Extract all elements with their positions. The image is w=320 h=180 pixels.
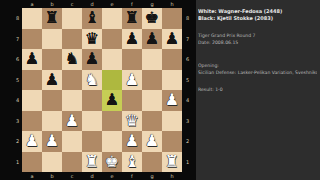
square-d3[interactable] [82,111,102,132]
square-g8[interactable]: ♚ [142,8,162,29]
game-info-panel: White: Wagner-Fedosa (2448) Black: Kjeti… [196,0,320,180]
square-e6[interactable] [102,49,122,70]
coord-label-g: g [142,0,162,8]
square-g1[interactable] [142,152,162,173]
square-b5[interactable]: ♟ [42,70,62,91]
square-f2[interactable]: ♟ [122,131,142,152]
square-f3[interactable]: ♛ [122,111,142,132]
black-pawn-h7[interactable]: ♟ [165,31,179,47]
square-e7[interactable] [102,29,122,50]
coord-label-g: g [142,172,162,180]
coord-label-c: c [62,0,82,8]
square-g5[interactable] [142,70,162,91]
coord-label-8: 8 [183,8,192,29]
black-pawn-g7[interactable]: ♟ [145,31,159,47]
square-b7[interactable] [42,29,62,50]
square-e8[interactable] [102,8,122,29]
coord-label-d: d [82,0,102,8]
coord-label-b: b [42,172,62,180]
opening-name: Sicilian Defense: Lasker-Pelikan Variati… [198,69,317,76]
square-h7[interactable]: ♟ [162,29,182,50]
square-c6[interactable]: ♞ [62,49,82,70]
black-pawn-e4[interactable]: ♟ [105,92,119,108]
square-d8[interactable]: ♝ [82,8,102,29]
square-c7[interactable] [62,29,82,50]
square-f1[interactable]: ♝ [122,152,142,173]
coord-label-1: 1 [13,152,22,173]
rank-labels-left: 87654321 [13,8,22,172]
square-a5[interactable] [22,70,42,91]
white-pawn-a2[interactable]: ♟ [25,133,39,149]
chess-app-window: abcdefgh 87654321 87654321 abcdefgh ♜♝♜♚… [0,0,320,180]
square-d6[interactable]: ♟ [82,49,102,70]
black-knight-c6[interactable]: ♞ [65,51,79,67]
coord-label-5: 5 [183,70,192,91]
square-a2[interactable]: ♟ [22,131,42,152]
coord-label-h: h [162,172,182,180]
coord-label-b: b [42,0,62,8]
square-b1[interactable] [42,152,62,173]
square-d1[interactable]: ♜ [82,152,102,173]
white-pawn-c3[interactable]: ♟ [65,113,79,129]
coord-label-1: 1 [183,152,192,173]
black-king-g8[interactable]: ♚ [145,10,159,26]
square-g7[interactable]: ♟ [142,29,162,50]
black-rook-b8[interactable]: ♜ [45,10,59,26]
coord-label-8: 8 [13,8,22,29]
white-pawn-f5[interactable]: ♟ [125,72,139,88]
square-d2[interactable] [82,131,102,152]
square-f8[interactable]: ♜ [122,8,142,29]
white-king-e1[interactable]: ♚ [105,154,119,170]
square-g3[interactable] [142,111,162,132]
black-pawn-f7[interactable]: ♟ [125,31,139,47]
white-rook-d1[interactable]: ♜ [85,154,99,170]
coord-label-6: 6 [183,49,192,70]
square-e2[interactable] [102,131,122,152]
square-e5[interactable] [102,70,122,91]
square-h3[interactable] [162,111,182,132]
white-pawn-h4[interactable]: ♟ [165,92,179,108]
spacer [198,46,317,56]
black-queen-d7[interactable]: ♛ [85,31,99,47]
square-a1[interactable] [22,152,42,173]
event-line: Tiger Grand Prix Round 7 [198,32,317,39]
coord-label-2: 2 [13,131,22,152]
white-bishop-f1[interactable]: ♝ [125,154,139,170]
square-a7[interactable] [22,29,42,50]
square-c8[interactable] [62,8,82,29]
square-f6[interactable] [122,49,142,70]
white-pawn-f2[interactable]: ♟ [125,133,139,149]
black-pawn-b5[interactable]: ♟ [45,72,59,88]
coord-label-3: 3 [13,111,22,132]
square-h4[interactable]: ♟ [162,90,182,111]
square-g4[interactable] [142,90,162,111]
coord-label-e: e [102,0,122,8]
square-b2[interactable]: ♟ [42,131,62,152]
board-frame: abcdefgh 87654321 87654321 abcdefgh ♜♝♜♚… [0,0,196,180]
square-h8[interactable] [162,8,182,29]
coord-label-h: h [162,0,182,8]
square-e3[interactable] [102,111,122,132]
coord-label-5: 5 [13,70,22,91]
square-a4[interactable] [22,90,42,111]
square-e1[interactable]: ♚ [102,152,122,173]
square-f4[interactable] [122,90,142,111]
coord-label-f: f [122,172,142,180]
square-g2[interactable]: ♟ [142,131,162,152]
square-b4[interactable] [42,90,62,111]
coord-label-7: 7 [183,29,192,50]
square-d4[interactable] [82,90,102,111]
coord-label-f: f [122,0,142,8]
square-a8[interactable] [22,8,42,29]
coord-label-a: a [22,0,42,8]
black-bishop-d8[interactable]: ♝ [85,10,99,26]
black-player-line: Black: Kjetil Stokke (2083) [198,15,317,22]
date-line: Date: 2008.06.15 [198,39,317,46]
white-rook-h1[interactable]: ♜ [165,154,179,170]
white-queen-f3[interactable]: ♛ [125,113,139,129]
square-c3[interactable]: ♟ [62,111,82,132]
square-b8[interactable]: ♜ [42,8,62,29]
result-line: Result: 1-0 [198,86,317,93]
white-pawn-g2[interactable]: ♟ [145,133,159,149]
square-d5[interactable]: ♞ [82,70,102,91]
square-d7[interactable]: ♛ [82,29,102,50]
square-c1[interactable] [62,152,82,173]
square-a6[interactable]: ♟ [22,49,42,70]
opening-label: Opening: [198,62,317,69]
spacer [198,22,317,32]
square-f7[interactable]: ♟ [122,29,142,50]
coord-label-7: 7 [13,29,22,50]
file-labels-top: abcdefgh [22,0,182,8]
white-pawn-b2[interactable]: ♟ [45,133,59,149]
black-pawn-d6[interactable]: ♟ [85,51,99,67]
square-c4[interactable] [62,90,82,111]
square-c2[interactable] [62,131,82,152]
square-g6[interactable] [142,49,162,70]
square-f5[interactable]: ♟ [122,70,142,91]
coord-label-e: e [102,172,122,180]
square-h5[interactable] [162,70,182,91]
coord-label-4: 4 [13,90,22,111]
square-e4[interactable]: ♟ [102,90,122,111]
coord-label-3: 3 [183,111,192,132]
square-h1[interactable]: ♜ [162,152,182,173]
black-rook-f8[interactable]: ♜ [125,10,139,26]
coord-label-4: 4 [183,90,192,111]
square-b3[interactable] [42,111,62,132]
square-b6[interactable] [42,49,62,70]
coord-label-c: c [62,172,82,180]
square-h2[interactable] [162,131,182,152]
coord-label-d: d [82,172,102,180]
spacer [198,76,317,86]
black-pawn-a6[interactable]: ♟ [25,51,39,67]
coord-label-2: 2 [183,131,192,152]
chess-board[interactable]: ♜♝♜♚♛♟♟♟♟♞♟♟♞♟♟♟♟♛♟♟♟♟♜♚♝♜ [22,8,182,172]
coord-label-6: 6 [13,49,22,70]
white-player-line: White: Wagner-Fedosa (2448) [198,8,317,15]
white-knight-d5[interactable]: ♞ [85,72,99,88]
square-c5[interactable] [62,70,82,91]
square-a3[interactable] [22,111,42,132]
rank-labels-right: 87654321 [183,8,192,172]
file-labels-bottom: abcdefgh [22,172,182,180]
coord-label-a: a [22,172,42,180]
square-h6[interactable] [162,49,182,70]
